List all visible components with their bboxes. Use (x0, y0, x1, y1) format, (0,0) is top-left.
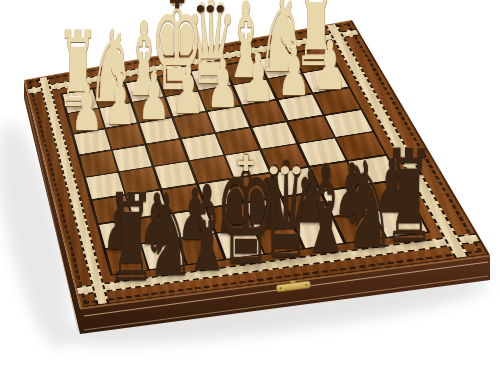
black-king-cross-finial: ✚ (237, 152, 256, 174)
white-king-cross-finial: ✚ (169, 0, 185, 12)
white-pawn-h2[interactable]: ♟ (71, 77, 103, 140)
white-pawn-f2[interactable]: ♟ (137, 65, 169, 129)
black-rook-h8[interactable]: ♜ (107, 178, 155, 299)
white-pawn-c2[interactable]: ♟ (241, 46, 274, 112)
white-pawn-g2[interactable]: ♟ (104, 71, 136, 135)
white-pawn-e2[interactable]: ♟ (172, 59, 205, 124)
white-pawn-a2[interactable]: ♟ (313, 33, 347, 100)
white-pawn-b2[interactable]: ♟ (277, 40, 310, 106)
white-pawn-d2[interactable]: ♟ (206, 53, 239, 118)
chess-set-photo: ♜♞♝♛●●●♚✚♝♞♜♟♟♟♟♟♟♟♟♟♟♟♟♟♟♟♟♜♞♝♛●●●♚✚♝♞♜ (0, 0, 500, 375)
